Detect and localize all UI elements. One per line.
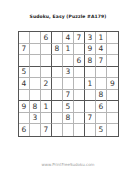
cell-r9c7[interactable]	[85, 124, 96, 136]
cell-r8c5[interactable]: 8	[63, 113, 74, 125]
cell-r6c2[interactable]	[30, 90, 41, 102]
cell-r1c7[interactable]: 3	[85, 32, 96, 44]
cell-r9c2[interactable]	[30, 124, 41, 136]
cell-r2c5[interactable]: 1	[63, 44, 74, 56]
cell-r8c8[interactable]	[96, 113, 107, 125]
cell-r6c1[interactable]	[19, 90, 30, 102]
cell-r3c7[interactable]: 8	[85, 55, 96, 67]
cell-r8c3[interactable]	[41, 113, 52, 125]
footer-url: www.PrintFreeSudoku.com	[0, 162, 136, 167]
cell-r7c1[interactable]: 9	[19, 101, 30, 113]
cell-r4c2[interactable]	[30, 67, 41, 79]
cell-r4c6[interactable]	[74, 67, 85, 79]
cell-r4c7[interactable]	[85, 67, 96, 79]
cell-r7c8[interactable]: 6	[96, 101, 107, 113]
cell-r5c3[interactable]: 2	[41, 78, 52, 90]
cell-r9c6[interactable]	[74, 124, 85, 136]
cell-r3c6[interactable]: 6	[74, 55, 85, 67]
cell-r7c7[interactable]	[85, 101, 96, 113]
cell-r9c4[interactable]	[52, 124, 63, 136]
cell-r3c1[interactable]	[19, 55, 30, 67]
cell-r2c4[interactable]: 8	[52, 44, 63, 56]
cell-r1c2[interactable]	[30, 32, 41, 44]
cell-r5c5[interactable]	[63, 78, 74, 90]
cell-r6c5[interactable]: 7	[63, 90, 74, 102]
cell-r6c3[interactable]	[41, 90, 52, 102]
cell-r6c6[interactable]	[74, 90, 85, 102]
cell-r1c5[interactable]: 4	[63, 32, 74, 44]
sudoku-grid: 64731781946875342197898156387675	[18, 31, 119, 137]
cell-r9c8[interactable]: 5	[96, 124, 107, 136]
cell-r4c3[interactable]	[41, 67, 52, 79]
cell-r7c9[interactable]	[107, 101, 118, 113]
cell-r9c5[interactable]	[63, 124, 74, 136]
cell-r3c8[interactable]: 7	[96, 55, 107, 67]
cell-r8c4[interactable]	[52, 113, 63, 125]
cell-r5c6[interactable]	[74, 78, 85, 90]
cell-r4c5[interactable]: 3	[63, 67, 74, 79]
cell-r3c9[interactable]	[107, 55, 118, 67]
cell-r3c5[interactable]	[63, 55, 74, 67]
cell-r8c6[interactable]	[74, 113, 85, 125]
cell-r2c6[interactable]	[74, 44, 85, 56]
cell-r5c7[interactable]: 1	[85, 78, 96, 90]
cell-r4c9[interactable]	[107, 67, 118, 79]
cell-r7c2[interactable]: 8	[30, 101, 41, 113]
cell-r1c3[interactable]: 6	[41, 32, 52, 44]
cell-r2c3[interactable]	[41, 44, 52, 56]
cell-r2c2[interactable]	[30, 44, 41, 56]
cell-r6c7[interactable]	[85, 90, 96, 102]
cell-r7c4[interactable]	[52, 101, 63, 113]
cell-r8c7[interactable]: 7	[85, 113, 96, 125]
cell-r6c4[interactable]	[52, 90, 63, 102]
cell-r1c8[interactable]: 1	[96, 32, 107, 44]
cell-r8c9[interactable]	[107, 113, 118, 125]
cell-r6c9[interactable]	[107, 90, 118, 102]
cell-r1c9[interactable]	[107, 32, 118, 44]
cell-r3c2[interactable]	[30, 55, 41, 67]
cell-r2c8[interactable]: 4	[96, 44, 107, 56]
cell-r3c3[interactable]	[41, 55, 52, 67]
cell-r5c2[interactable]	[30, 78, 41, 90]
cell-r7c3[interactable]: 1	[41, 101, 52, 113]
cell-r1c1[interactable]	[19, 32, 30, 44]
cell-r4c4[interactable]	[52, 67, 63, 79]
cell-r1c6[interactable]: 7	[74, 32, 85, 44]
cell-r3c4[interactable]	[52, 55, 63, 67]
cell-r5c8[interactable]	[96, 78, 107, 90]
cell-r6c8[interactable]: 8	[96, 90, 107, 102]
cell-r8c2[interactable]: 3	[30, 113, 41, 125]
cell-r4c8[interactable]	[96, 67, 107, 79]
cell-r5c9[interactable]: 9	[107, 78, 118, 90]
sudoku-print-page: Sudoku, Easy (Puzzle #A179) 647317819468…	[0, 0, 136, 176]
cell-r2c7[interactable]: 9	[85, 44, 96, 56]
cell-r9c9[interactable]	[107, 124, 118, 136]
cell-r8c1[interactable]	[19, 113, 30, 125]
cell-r9c1[interactable]: 6	[19, 124, 30, 136]
cell-r2c1[interactable]: 7	[19, 44, 30, 56]
cell-r2c9[interactable]	[107, 44, 118, 56]
cell-r7c6[interactable]	[74, 101, 85, 113]
cell-r4c1[interactable]: 5	[19, 67, 30, 79]
cell-r1c4[interactable]	[52, 32, 63, 44]
page-title: Sudoku, Easy (Puzzle #A179)	[0, 14, 136, 19]
cell-r7c5[interactable]: 5	[63, 101, 74, 113]
cell-r9c3[interactable]: 7	[41, 124, 52, 136]
cell-r5c4[interactable]	[52, 78, 63, 90]
cell-r5c1[interactable]: 4	[19, 78, 30, 90]
